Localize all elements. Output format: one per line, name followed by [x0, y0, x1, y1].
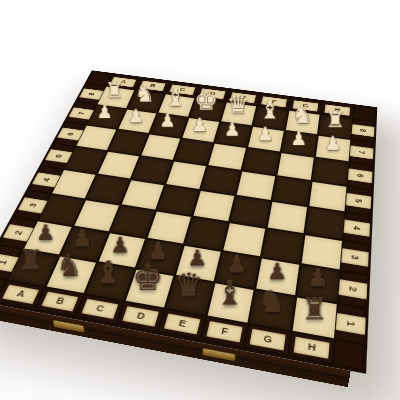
brass-clasp-icon [202, 348, 236, 362]
file-label-text: H [294, 337, 330, 359]
piece-black-rook: ♜ [288, 297, 341, 324]
rank-label-text: 1 [0, 253, 19, 272]
rank-label-text: 8 [351, 124, 374, 137]
square-d3 [148, 211, 191, 243]
square-b7: ♟ [119, 110, 157, 133]
file-label-c-near: C [77, 295, 123, 322]
square-d4 [157, 186, 199, 216]
rank-label-8-right: 8 [352, 119, 373, 142]
file-label-text: C [82, 299, 119, 319]
file-label-f-near: F [202, 317, 247, 346]
square-f3 [223, 223, 265, 256]
rank-label-text: 6 [347, 168, 372, 183]
square-a5 [65, 147, 107, 174]
square-c5 [132, 157, 172, 184]
piece-black-pawn: ♟ [212, 254, 262, 275]
piece-black-pawn: ♟ [96, 235, 144, 256]
square-g8: ♞ [286, 111, 320, 135]
square-e4 [193, 191, 234, 221]
piece-white-pawn: ♟ [278, 130, 319, 148]
rank-label-text: 2 [3, 224, 35, 242]
rank-label-text: 2 [338, 279, 367, 300]
square-e1: ♛ [166, 276, 213, 315]
square-e6 [208, 144, 246, 170]
square-g2: ♟ [256, 258, 299, 295]
file-label-text: D [200, 88, 226, 99]
square-g5 [273, 177, 311, 206]
file-label-text: B [42, 292, 79, 312]
square-e2: ♟ [176, 246, 221, 281]
rank-label-7-right: 7 [350, 140, 371, 164]
rank-label-4-left: 4 [30, 167, 62, 193]
file-label-text: A [2, 285, 39, 305]
file-label-text: C [169, 84, 195, 95]
square-f8: ♝ [253, 107, 287, 130]
square-g7: ♟ [282, 131, 317, 156]
piece-black-pawn: ♟ [252, 261, 302, 283]
file-label-text: H [325, 104, 351, 116]
square-c7: ♟ [150, 114, 187, 138]
rank-label-2-right: 2 [339, 272, 365, 307]
square-h8: ♜ [319, 115, 352, 139]
rank-label-text: 3 [18, 197, 48, 213]
piece-black-pawn: ♟ [293, 268, 343, 290]
square-e3 [185, 217, 228, 250]
square-g6 [277, 153, 313, 180]
frame-corner [354, 107, 374, 121]
square-h3 [302, 235, 342, 269]
square-h1: ♜ [293, 297, 337, 338]
square-h2: ♟ [297, 265, 339, 302]
rank-label-text: 1 [335, 312, 366, 335]
file-label-text: E [230, 92, 256, 103]
square-d7: ♟ [182, 118, 219, 142]
square-f2: ♟ [216, 252, 260, 288]
rank-label-text: 5 [345, 193, 371, 209]
rank-label-text: 5 [45, 149, 73, 163]
product-photo-scene: ABCDEFGH8♜♞♝♚♛♝♞♜87♟♟♟♟♟♟♟♟7665544332♟♟♟… [0, 0, 400, 400]
square-f4 [230, 196, 270, 227]
square-c6 [141, 134, 180, 159]
file-label-d-near: D [118, 303, 164, 331]
square-c8: ♝ [158, 94, 194, 116]
file-label-f-far: F [258, 94, 290, 109]
rank-label-text: 7 [349, 145, 373, 159]
square-e8: ♛ [221, 102, 256, 125]
square-b2: ♟ [61, 227, 108, 261]
square-d1: ♚ [126, 270, 174, 308]
rank-label-text: 3 [341, 248, 369, 267]
rank-label-6-right: 6 [349, 163, 371, 189]
square-h6 [313, 158, 349, 185]
file-label-a-near: A [0, 281, 44, 307]
rank-label-text: 4 [343, 219, 370, 237]
square-g1: ♞ [250, 290, 295, 330]
file-label-text: G [250, 329, 286, 351]
square-f1: ♝ [208, 283, 254, 322]
file-label-e-near: E [160, 310, 205, 338]
brass-clasp-icon [53, 320, 85, 333]
square-c4 [122, 180, 164, 209]
rank-label-5-right: 5 [347, 187, 370, 215]
rank-label-3-right: 3 [342, 241, 367, 274]
square-b8: ♞ [128, 90, 164, 112]
file-label-text: B [140, 81, 166, 92]
square-f6 [243, 148, 280, 175]
square-g3 [262, 229, 303, 263]
rank-label-1-right: 1 [336, 305, 364, 344]
square-g4 [268, 202, 307, 233]
file-label-text: E [164, 313, 201, 334]
file-label-g-near: G [245, 325, 290, 354]
square-d5 [166, 161, 206, 189]
frame-corner [334, 341, 362, 369]
square-h4 [306, 207, 345, 239]
file-label-b-near: B [37, 288, 83, 315]
file-label-text: F [261, 96, 287, 107]
square-d2: ♟ [137, 239, 182, 274]
square-f7: ♟ [248, 127, 284, 152]
square-f5 [237, 171, 276, 200]
chess-set: ABCDEFGH8♜♞♝♚♛♝♞♜87♟♟♟♟♟♟♟♟7665544332♟♟♟… [0, 70, 377, 373]
square-d8: ♚ [190, 98, 225, 121]
rank-label-4-right: 4 [344, 213, 368, 243]
square-h7: ♟ [316, 136, 350, 162]
file-label-text: D [122, 306, 159, 327]
square-e7: ♟ [215, 122, 251, 146]
file-label-text: G [293, 100, 319, 111]
square-d6 [175, 139, 213, 165]
file-label-text: F [206, 321, 242, 343]
square-e5 [201, 166, 240, 194]
file-label-h-near: H [289, 333, 333, 363]
file-label-text: A [110, 77, 136, 87]
square-h5 [309, 182, 346, 212]
